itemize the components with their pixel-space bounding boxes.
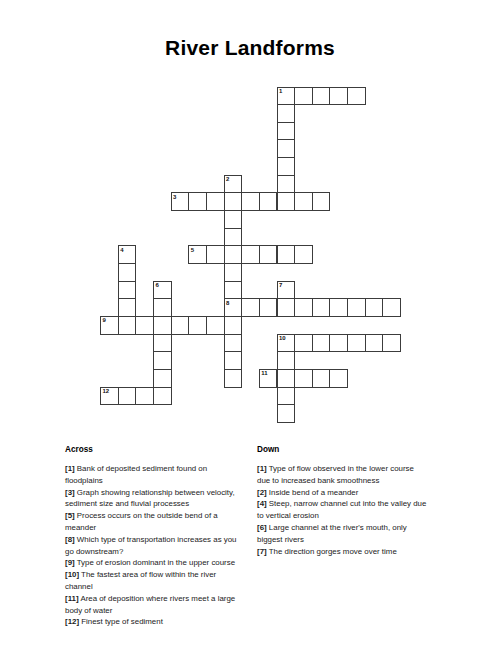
grid-cell-r12c1[interactable] xyxy=(118,298,137,317)
cell-number: 5 xyxy=(191,247,194,253)
grid-cell-r12c3[interactable] xyxy=(153,298,172,317)
grid-cell-r12c15[interactable] xyxy=(365,298,384,317)
grid-cell-r16c12[interactable] xyxy=(312,369,331,388)
grid-cell-r14c11[interactable] xyxy=(294,334,313,353)
grid-cell-r15c7[interactable] xyxy=(224,351,243,370)
grid-cell-r13c1[interactable] xyxy=(118,316,137,335)
cell-number: 6 xyxy=(155,282,158,288)
clue-text: Large channel at the river's mouth, only… xyxy=(257,523,407,544)
grid-cell-r14c7[interactable] xyxy=(224,334,243,353)
grid-cell-r17c2[interactable] xyxy=(135,387,154,406)
grid-cell-r6c5[interactable] xyxy=(188,192,207,211)
grid-cell-r13c7[interactable] xyxy=(224,316,243,335)
cell-number: 7 xyxy=(279,282,282,288)
clue-text: Type of erosion dominant in the upper co… xyxy=(77,558,235,567)
grid-cell-r9c1[interactable]: 4 xyxy=(118,245,137,264)
clue-number: [11] xyxy=(65,594,79,603)
grid-cell-r10c7[interactable] xyxy=(224,263,243,282)
clue-text: Process occurs on the outside bend of a … xyxy=(65,511,218,532)
grid-cell-r15c3[interactable] xyxy=(153,351,172,370)
grid-cell-r12c12[interactable] xyxy=(312,298,331,317)
grid-cell-r14c3[interactable] xyxy=(153,334,172,353)
clue-text: Which type of transportation increases a… xyxy=(65,535,237,556)
cell-number: 4 xyxy=(120,247,123,253)
grid-cell-r3c10[interactable] xyxy=(277,139,296,158)
clue-across-8: [8] Which type of transportation increas… xyxy=(65,534,261,558)
grid-cell-r16c3[interactable] xyxy=(153,369,172,388)
clue-text: The direction gorges move over time xyxy=(269,547,397,556)
grid-cell-r9c10[interactable] xyxy=(277,245,296,264)
grid-cell-r13c3[interactable] xyxy=(153,316,172,335)
grid-cell-r13c2[interactable] xyxy=(135,316,154,335)
puzzle-title: River Landforms xyxy=(0,36,500,60)
grid-cell-r17c10[interactable] xyxy=(277,387,296,406)
cell-number: 2 xyxy=(226,176,229,182)
grid-cell-r9c5[interactable]: 5 xyxy=(188,245,207,264)
clue-text: Graph showing relationship between veloc… xyxy=(65,488,235,509)
clue-number: [1] xyxy=(257,464,267,473)
grid-cell-r6c7[interactable] xyxy=(224,192,243,211)
grid-cell-r15c10[interactable] xyxy=(277,351,296,370)
grid-cell-r9c7[interactable] xyxy=(224,245,243,264)
grid-cell-r0c11[interactable] xyxy=(294,87,313,106)
grid-cell-r14c12[interactable] xyxy=(312,334,331,353)
across-clues-section: Across [1] Bank of deposited sediment fo… xyxy=(65,445,261,628)
clue-number: [10] xyxy=(65,570,79,579)
cell-number: 12 xyxy=(103,388,110,394)
clue-across-12: [12] Finest type of sediment xyxy=(65,616,261,628)
grid-cell-r12c9[interactable] xyxy=(259,298,278,317)
grid-cell-r1c10[interactable] xyxy=(277,104,296,123)
clue-number: [8] xyxy=(65,535,75,544)
grid-cell-r2c10[interactable] xyxy=(277,122,296,141)
down-header: Down xyxy=(257,445,467,454)
grid-cell-r10c1[interactable] xyxy=(118,263,137,282)
grid-cell-r12c16[interactable] xyxy=(382,298,401,317)
clue-across-9: [9] Type of erosion dominant in the uppe… xyxy=(65,557,261,569)
grid-cell-r6c12[interactable] xyxy=(312,192,331,211)
grid-cell-r16c11[interactable] xyxy=(294,369,313,388)
cell-number: 8 xyxy=(226,300,229,306)
worksheet-page: { "game": "crossword", "title": "River L… xyxy=(0,0,500,647)
grid-cell-r5c10[interactable] xyxy=(277,175,296,194)
clue-down-4: [4] Steep, narrow channel cut into the v… xyxy=(257,498,467,522)
grid-cell-r18c10[interactable] xyxy=(277,404,296,423)
clue-text: Inside bend of a meander xyxy=(269,488,359,497)
clue-text: Type of flow observed in the lower cours… xyxy=(257,464,414,485)
grid-cell-r6c11[interactable] xyxy=(294,192,313,211)
grid-cell-r0c13[interactable] xyxy=(329,87,348,106)
grid-cell-r16c7[interactable] xyxy=(224,369,243,388)
grid-cell-r16c10[interactable] xyxy=(277,369,296,388)
grid-cell-r6c6[interactable] xyxy=(206,192,225,211)
clue-number: [12] xyxy=(65,617,79,626)
crossword-board: 123456789101112 xyxy=(100,87,401,423)
clue-number: [6] xyxy=(257,523,267,532)
grid-cell-r12c7[interactable]: 8 xyxy=(224,298,243,317)
clue-text: Steep, narrow channel cut into the valle… xyxy=(257,499,426,520)
clue-down-7: [7] The direction gorges move over time xyxy=(257,546,467,558)
clue-down-2: [2] Inside bend of a meander xyxy=(257,487,467,499)
down-clues-section: Down [1] Type of flow observed in the lo… xyxy=(257,445,467,557)
clue-across-5: [5] Process occurs on the outside bend o… xyxy=(65,510,261,534)
grid-cell-r11c1[interactable] xyxy=(118,281,137,300)
grid-cell-r12c11[interactable] xyxy=(294,298,313,317)
grid-cell-r0c12[interactable] xyxy=(312,87,331,106)
grid-cell-r12c10[interactable] xyxy=(277,298,296,317)
grid-cell-r12c14[interactable] xyxy=(347,298,366,317)
grid-cell-r6c8[interactable] xyxy=(241,192,260,211)
clue-text: The fastest area of flow within the rive… xyxy=(65,570,216,591)
clue-number: [9] xyxy=(65,558,75,567)
cell-number: 10 xyxy=(279,335,286,341)
clue-across-1: [1] Bank of deposited sediment found on … xyxy=(65,463,261,487)
clue-text: Area of deposition where rivers meet a l… xyxy=(65,594,235,615)
grid-cell-r17c1[interactable] xyxy=(118,387,137,406)
grid-cell-r11c3[interactable]: 6 xyxy=(153,281,172,300)
grid-cell-r13c6[interactable] xyxy=(206,316,225,335)
grid-cell-r14c14[interactable] xyxy=(347,334,366,353)
grid-cell-r14c15[interactable] xyxy=(365,334,384,353)
clue-number: [3] xyxy=(65,488,75,497)
grid-cell-r14c10[interactable]: 10 xyxy=(277,334,296,353)
clue-text: Bank of deposited sediment found on floo… xyxy=(65,464,207,485)
clue-number: [1] xyxy=(65,464,75,473)
grid-cell-r7c7[interactable] xyxy=(224,210,243,229)
grid-cell-r9c6[interactable] xyxy=(206,245,225,264)
grid-cell-r8c7[interactable] xyxy=(224,228,243,247)
grid-cell-r11c10[interactable]: 7 xyxy=(277,281,296,300)
grid-cell-r9c9[interactable] xyxy=(259,245,278,264)
clue-across-11: [11] Area of deposition where rivers mee… xyxy=(65,593,261,617)
grid-cell-r16c9[interactable]: 11 xyxy=(259,369,278,388)
clue-number: [4] xyxy=(257,499,267,508)
grid-cell-r12c8[interactable] xyxy=(241,298,260,317)
grid-cell-r11c7[interactable] xyxy=(224,281,243,300)
grid-cell-r17c3[interactable] xyxy=(153,387,172,406)
grid-cell-r13c0[interactable]: 9 xyxy=(100,316,119,335)
grid-cell-r14c13[interactable] xyxy=(329,334,348,353)
clue-across-10: [10] The fastest area of flow within the… xyxy=(65,569,261,593)
clue-number: [2] xyxy=(257,488,267,497)
grid-cell-r17c0[interactable]: 12 xyxy=(100,387,119,406)
cell-number: 3 xyxy=(173,194,176,200)
grid-cell-r6c10[interactable] xyxy=(277,192,296,211)
grid-cell-r13c4[interactable] xyxy=(171,316,190,335)
cell-number: 9 xyxy=(103,317,106,323)
clue-down-1: [1] Type of flow observed in the lower c… xyxy=(257,463,467,487)
grid-cell-r0c14[interactable] xyxy=(347,87,366,106)
clue-number: [7] xyxy=(257,547,267,556)
grid-cell-r13c5[interactable] xyxy=(188,316,207,335)
clue-down-6: [6] Large channel at the river's mouth, … xyxy=(257,522,467,546)
clue-across-3: [3] Graph showing relationship between v… xyxy=(65,487,261,511)
cell-number: 11 xyxy=(261,370,267,376)
clue-text: Finest type of sediment xyxy=(81,617,163,626)
grid-cell-r6c4[interactable]: 3 xyxy=(171,192,190,211)
cell-number: 1 xyxy=(279,88,282,94)
grid-cell-r16c13[interactable] xyxy=(329,369,348,388)
across-header: Across xyxy=(65,445,261,454)
grid-cell-r4c10[interactable] xyxy=(277,157,296,176)
grid-cell-r9c11[interactable] xyxy=(294,245,313,264)
grid-cell-r0c10[interactable]: 1 xyxy=(277,87,296,106)
grid-cell-r6c9[interactable] xyxy=(259,192,278,211)
clue-number: [5] xyxy=(65,511,75,520)
grid-cell-r14c16[interactable] xyxy=(382,334,401,353)
grid-cell-r12c13[interactable] xyxy=(329,298,348,317)
grid-cell-r9c8[interactable] xyxy=(241,245,260,264)
grid-cell-r5c7[interactable]: 2 xyxy=(224,175,243,194)
